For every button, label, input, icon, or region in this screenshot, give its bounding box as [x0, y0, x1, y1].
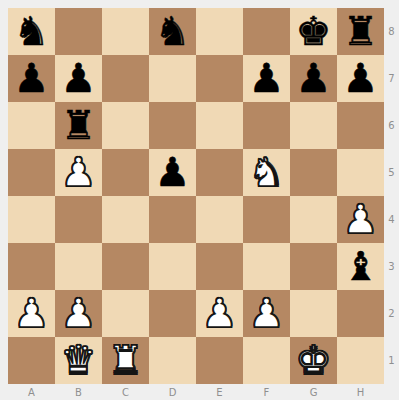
- black-rook-piece[interactable]: ♜: [343, 8, 379, 55]
- file-label-c: C: [102, 384, 149, 400]
- square-e6[interactable]: [196, 102, 243, 149]
- file-label-a: A: [8, 384, 55, 400]
- square-h3[interactable]: ♝: [337, 243, 384, 290]
- chess-app: ♞♞♚♜♟♟♟♟♟♜♟♟♞♟♝♟♟♟♟♛♜♚ ABCDEFGH 87654321: [0, 0, 399, 400]
- square-f7[interactable]: ♟: [243, 55, 290, 102]
- square-e5[interactable]: [196, 149, 243, 196]
- square-b3[interactable]: [55, 243, 102, 290]
- square-e2[interactable]: ♟: [196, 290, 243, 337]
- rank-label-4: 4: [384, 196, 399, 243]
- black-pawn-piece[interactable]: ♟: [61, 55, 97, 102]
- square-f1[interactable]: [243, 337, 290, 384]
- square-f8[interactable]: [243, 8, 290, 55]
- square-h7[interactable]: ♟: [337, 55, 384, 102]
- square-h8[interactable]: ♜: [337, 8, 384, 55]
- square-g1[interactable]: ♚: [290, 337, 337, 384]
- black-pawn-piece[interactable]: ♟: [296, 55, 332, 102]
- square-e3[interactable]: [196, 243, 243, 290]
- square-a7[interactable]: ♟: [8, 55, 55, 102]
- rank-label-1: 1: [384, 337, 399, 384]
- square-b2[interactable]: ♟: [55, 290, 102, 337]
- square-f4[interactable]: [243, 196, 290, 243]
- square-g8[interactable]: ♚: [290, 8, 337, 55]
- rank-label-3: 3: [384, 243, 399, 290]
- white-pawn-piece[interactable]: ♟: [249, 290, 285, 337]
- chess-board: ♞♞♚♜♟♟♟♟♟♜♟♟♞♟♝♟♟♟♟♛♜♚: [8, 8, 384, 384]
- square-b5[interactable]: ♟: [55, 149, 102, 196]
- square-b1[interactable]: ♛: [55, 337, 102, 384]
- white-pawn-piece[interactable]: ♟: [61, 149, 97, 196]
- file-labels: ABCDEFGH: [8, 384, 384, 400]
- square-g6[interactable]: [290, 102, 337, 149]
- square-d6[interactable]: [149, 102, 196, 149]
- black-pawn-piece[interactable]: ♟: [14, 55, 50, 102]
- square-g7[interactable]: ♟: [290, 55, 337, 102]
- square-a4[interactable]: [8, 196, 55, 243]
- rank-label-6: 6: [384, 102, 399, 149]
- black-knight-piece[interactable]: ♞: [155, 8, 191, 55]
- white-knight-piece[interactable]: ♞: [249, 149, 285, 196]
- square-c2[interactable]: [102, 290, 149, 337]
- square-g2[interactable]: [290, 290, 337, 337]
- square-a3[interactable]: [8, 243, 55, 290]
- rank-labels: 87654321: [384, 8, 399, 384]
- square-g5[interactable]: [290, 149, 337, 196]
- square-f6[interactable]: [243, 102, 290, 149]
- black-pawn-piece[interactable]: ♟: [155, 149, 191, 196]
- white-queen-piece[interactable]: ♛: [61, 337, 97, 384]
- square-h1[interactable]: [337, 337, 384, 384]
- square-f2[interactable]: ♟: [243, 290, 290, 337]
- white-pawn-piece[interactable]: ♟: [343, 196, 379, 243]
- square-d2[interactable]: [149, 290, 196, 337]
- square-d3[interactable]: [149, 243, 196, 290]
- square-c8[interactable]: [102, 8, 149, 55]
- file-label-f: F: [243, 384, 290, 400]
- square-b6[interactable]: ♜: [55, 102, 102, 149]
- square-g4[interactable]: [290, 196, 337, 243]
- rank-label-8: 8: [384, 8, 399, 55]
- square-h4[interactable]: ♟: [337, 196, 384, 243]
- black-pawn-piece[interactable]: ♟: [249, 55, 285, 102]
- square-e4[interactable]: [196, 196, 243, 243]
- rank-label-2: 2: [384, 290, 399, 337]
- square-a5[interactable]: [8, 149, 55, 196]
- square-a8[interactable]: ♞: [8, 8, 55, 55]
- black-knight-piece[interactable]: ♞: [14, 8, 50, 55]
- black-bishop-piece[interactable]: ♝: [343, 243, 379, 290]
- file-label-g: G: [290, 384, 337, 400]
- square-e8[interactable]: [196, 8, 243, 55]
- square-d5[interactable]: ♟: [149, 149, 196, 196]
- white-pawn-piece[interactable]: ♟: [202, 290, 238, 337]
- file-label-b: B: [55, 384, 102, 400]
- square-c7[interactable]: [102, 55, 149, 102]
- white-rook-piece[interactable]: ♜: [108, 337, 144, 384]
- white-pawn-piece[interactable]: ♟: [14, 290, 50, 337]
- square-f3[interactable]: [243, 243, 290, 290]
- square-b7[interactable]: ♟: [55, 55, 102, 102]
- square-c1[interactable]: ♜: [102, 337, 149, 384]
- square-a1[interactable]: [8, 337, 55, 384]
- square-d8[interactable]: ♞: [149, 8, 196, 55]
- square-h5[interactable]: [337, 149, 384, 196]
- white-pawn-piece[interactable]: ♟: [61, 290, 97, 337]
- square-d7[interactable]: [149, 55, 196, 102]
- square-d4[interactable]: [149, 196, 196, 243]
- file-label-e: E: [196, 384, 243, 400]
- square-b4[interactable]: [55, 196, 102, 243]
- square-f5[interactable]: ♞: [243, 149, 290, 196]
- square-d1[interactable]: [149, 337, 196, 384]
- square-c6[interactable]: [102, 102, 149, 149]
- square-h2[interactable]: [337, 290, 384, 337]
- black-king-piece[interactable]: ♚: [296, 8, 332, 55]
- square-g3[interactable]: [290, 243, 337, 290]
- square-a6[interactable]: [8, 102, 55, 149]
- file-label-d: D: [149, 384, 196, 400]
- square-c5[interactable]: [102, 149, 149, 196]
- rank-label-7: 7: [384, 55, 399, 102]
- square-h6[interactable]: [337, 102, 384, 149]
- square-c3[interactable]: [102, 243, 149, 290]
- square-a2[interactable]: ♟: [8, 290, 55, 337]
- rank-label-5: 5: [384, 149, 399, 196]
- file-label-h: H: [337, 384, 384, 400]
- square-c4[interactable]: [102, 196, 149, 243]
- square-e7[interactable]: [196, 55, 243, 102]
- black-pawn-piece[interactable]: ♟: [343, 55, 379, 102]
- black-rook-piece[interactable]: ♜: [61, 102, 97, 149]
- square-e1[interactable]: [196, 337, 243, 384]
- white-king-piece[interactable]: ♚: [296, 337, 332, 384]
- square-b8[interactable]: [55, 8, 102, 55]
